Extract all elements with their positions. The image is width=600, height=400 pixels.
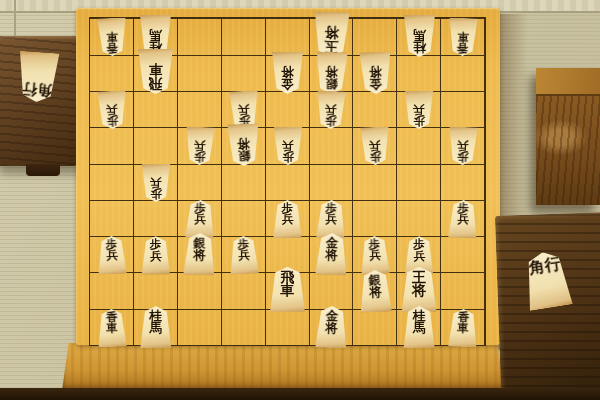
piece-kanji: 馬 [413,29,426,41]
piece-kanji: 兵 [413,103,425,114]
piece-kanji: 兵 [106,250,118,262]
piece-9i-sente-lance[interactable]: 香車 [96,308,127,347]
piece-kanji: 兵 [238,103,250,115]
piece-box [536,68,600,205]
piece-kanji: 将 [325,65,338,78]
piece-kanji: 兵 [457,140,469,152]
piece-kanji: 兵 [106,103,118,115]
gote-piece-stand-leg [26,164,60,176]
piece-kanji: 将 [193,249,206,262]
piece-4b-gote-silver[interactable]: 銀将 [314,51,348,94]
piece-1i-sente-lance[interactable]: 香車 [447,308,478,347]
piece-kanji: 兵 [369,140,381,152]
board-front-face [62,343,504,391]
piece-7g-sente-silver[interactable]: 銀将 [182,233,216,276]
piece-2a-gote-knight[interactable]: 桂馬 [403,15,436,57]
piece-kanji: 兵 [150,176,162,187]
piece-kanji: 将 [324,26,338,40]
piece-kanji: 桂 [413,41,426,53]
piece-box-front [536,96,600,205]
piece-kanji: 将 [369,65,382,78]
piece-kanji: 将 [412,284,426,298]
piece-4g-sente-gold[interactable]: 金将 [314,233,348,276]
piece-8e-gote-pawn[interactable]: 歩兵 [141,164,171,202]
piece-5h-sente-rook[interactable]: 飛車 [269,267,306,312]
piece-kanji: 歩 [282,151,294,162]
piece-kanji: 兵 [238,250,250,262]
piece-4c-gote-pawn[interactable]: 歩兵 [316,90,347,129]
piece-2i-sente-knight[interactable]: 桂馬 [403,306,436,348]
piece-kanji: 兵 [369,250,381,262]
piece-3g-sente-pawn[interactable]: 歩兵 [360,236,391,275]
piece-6d-gote-silver[interactable]: 銀将 [226,124,260,167]
piece-4a-gote-king[interactable]: 玉将 [312,12,351,58]
shogi-photo-scene: 角行 香車桂馬玉将桂馬香車飛車金将銀将金将歩兵歩兵歩兵歩兵歩兵銀将歩兵歩兵歩兵歩… [0,0,600,400]
piece-box-lid [536,68,600,96]
piece-kanji: 馬 [413,322,426,334]
floor-shadow [0,388,600,400]
piece-kanji: 玉 [324,39,338,53]
piece-kanji: 兵 [282,140,294,151]
piece-9c-gote-pawn[interactable]: 歩兵 [96,90,127,129]
piece-7f-sente-pawn[interactable]: 歩兵 [184,199,215,238]
piece-kanji: 将 [325,249,338,262]
piece-1f-sente-pawn[interactable]: 歩兵 [447,199,478,238]
piece-2c-gote-pawn[interactable]: 歩兵 [404,91,434,129]
piece-5d-gote-pawn[interactable]: 歩兵 [273,127,303,165]
piece-kanji: 兵 [194,140,206,152]
piece-1d-gote-pawn[interactable]: 歩兵 [447,127,478,166]
piece-kanji: 兵 [282,214,294,225]
piece-kanji: 車 [149,62,163,76]
piece-kanji: 兵 [325,214,337,226]
piece-kanji: 馬 [150,322,163,334]
piece-kanji: 兵 [194,214,206,226]
piece-8b-gote-rook[interactable]: 飛車 [137,49,174,94]
piece-9g-sente-pawn[interactable]: 歩兵 [96,236,127,275]
piece-7d-gote-pawn[interactable]: 歩兵 [184,127,215,166]
piece-kanji: 将 [325,322,338,335]
piece-kanji: 車 [457,323,469,335]
piece-kanji: 兵 [413,251,425,262]
piece-kanji: 車 [106,31,118,43]
piece-8i-sente-knight[interactable]: 桂馬 [139,306,172,348]
piece-kanji: 将 [281,65,294,77]
shogi-board: 香車桂馬玉将桂馬香車飛車金将銀将金将歩兵歩兵歩兵歩兵歩兵銀将歩兵歩兵歩兵歩兵歩兵… [76,8,500,345]
piece-3h-sente-silver[interactable]: 銀将 [358,269,392,312]
piece-9a-gote-lance[interactable]: 香車 [96,18,127,57]
board-grid[interactable]: 香車桂馬玉将桂馬香車飛車金将銀将金将歩兵歩兵歩兵歩兵歩兵銀将歩兵歩兵歩兵歩兵歩兵… [89,17,486,346]
piece-kanji: 車 [457,31,469,43]
tatami-seam [14,0,16,40]
piece-3d-gote-pawn[interactable]: 歩兵 [360,127,391,166]
piece-kanji: 将 [369,286,382,299]
piece-5f-sente-pawn[interactable]: 歩兵 [273,200,303,238]
piece-4f-sente-pawn[interactable]: 歩兵 [316,199,347,238]
piece-3b-gote-gold[interactable]: 金将 [358,51,392,94]
piece-kanji: 車 [106,323,118,335]
piece-kanji: 馬 [150,29,163,41]
piece-8g-sente-pawn[interactable]: 歩兵 [141,236,171,274]
piece-kanji: 車 [281,284,295,298]
piece-kanji: 兵 [325,103,337,115]
piece-kanji: 将 [237,138,250,151]
piece-5b-gote-gold[interactable]: 金将 [271,52,304,94]
piece-1a-gote-lance[interactable]: 香車 [447,18,478,57]
piece-kanji: 兵 [457,214,469,226]
piece-4i-sente-gold[interactable]: 金将 [314,305,348,348]
piece-6g-sente-pawn[interactable]: 歩兵 [228,236,259,275]
piece-kanji: 兵 [150,251,162,262]
